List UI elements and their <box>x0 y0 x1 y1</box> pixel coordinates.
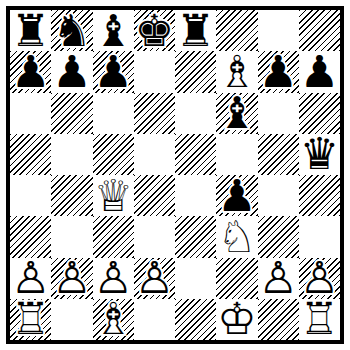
square-g5[interactable] <box>258 134 299 175</box>
black-pawn-icon: ♟ <box>216 175 257 216</box>
square-e1[interactable] <box>175 299 216 340</box>
white-bishop-halo: ♝ <box>216 51 257 92</box>
square-c2[interactable]: ♟♙ <box>93 258 134 299</box>
black-queen-icon: ♛ <box>299 134 340 175</box>
black-rook-icon: ♜ <box>10 10 51 51</box>
square-b4[interactable] <box>51 175 92 216</box>
white-rook-halo: ♜ <box>299 299 340 340</box>
square-c4[interactable]: ♛♕ <box>93 175 134 216</box>
white-knight-halo: ♞ <box>216 216 257 257</box>
white-pawn-icon: ♙ <box>10 258 51 299</box>
square-b3[interactable] <box>51 216 92 257</box>
square-g7[interactable]: ♟♟ <box>258 51 299 92</box>
white-pawn-icon: ♙ <box>51 258 92 299</box>
black-rook-icon: ♜ <box>175 10 216 51</box>
square-h6[interactable] <box>299 93 340 134</box>
square-b2[interactable]: ♟♙ <box>51 258 92 299</box>
square-a2[interactable]: ♟♙ <box>10 258 51 299</box>
white-queen-icon: ♕ <box>93 175 134 216</box>
chess-diagram: ♜♜♞♞♝♝♚♚♜♜♟♟♟♟♟♟♝♗♟♟♟♟♝♝♛♛♛♕♟♟♞♘♟♙♟♙♟♙♟♙… <box>0 0 350 350</box>
white-pawn-halo: ♟ <box>258 258 299 299</box>
white-pawn-icon: ♙ <box>93 258 134 299</box>
square-g4[interactable] <box>258 175 299 216</box>
black-pawn-icon: ♟ <box>258 51 299 92</box>
square-g8[interactable] <box>258 10 299 51</box>
black-knight-halo: ♞ <box>51 10 92 51</box>
white-pawn-halo: ♟ <box>10 258 51 299</box>
square-f4[interactable]: ♟♟ <box>216 175 257 216</box>
white-rook-icon: ♖ <box>10 299 51 340</box>
white-pawn-icon: ♙ <box>258 258 299 299</box>
black-king-halo: ♚ <box>134 10 175 51</box>
square-h3[interactable] <box>299 216 340 257</box>
square-g1[interactable] <box>258 299 299 340</box>
square-c8[interactable]: ♝♝ <box>93 10 134 51</box>
black-knight-icon: ♞ <box>51 10 92 51</box>
white-king-halo: ♚ <box>216 299 257 340</box>
square-b5[interactable] <box>51 134 92 175</box>
square-f5[interactable] <box>216 134 257 175</box>
white-king-icon: ♔ <box>216 299 257 340</box>
square-a4[interactable] <box>10 175 51 216</box>
square-c6[interactable] <box>93 93 134 134</box>
square-c7[interactable]: ♟♟ <box>93 51 134 92</box>
square-f2[interactable] <box>216 258 257 299</box>
black-pawn-halo: ♟ <box>216 175 257 216</box>
square-e7[interactable] <box>175 51 216 92</box>
square-b8[interactable]: ♞♞ <box>51 10 92 51</box>
black-pawn-halo: ♟ <box>51 51 92 92</box>
square-a1[interactable]: ♜♖ <box>10 299 51 340</box>
square-f3[interactable]: ♞♘ <box>216 216 257 257</box>
square-a7[interactable]: ♟♟ <box>10 51 51 92</box>
square-e6[interactable] <box>175 93 216 134</box>
white-rook-icon: ♖ <box>299 299 340 340</box>
black-rook-halo: ♜ <box>10 10 51 51</box>
square-f6[interactable]: ♝♝ <box>216 93 257 134</box>
white-pawn-halo: ♟ <box>134 258 175 299</box>
black-pawn-icon: ♟ <box>299 51 340 92</box>
square-f8[interactable] <box>216 10 257 51</box>
square-a8[interactable]: ♜♜ <box>10 10 51 51</box>
square-e4[interactable] <box>175 175 216 216</box>
square-e8[interactable]: ♜♜ <box>175 10 216 51</box>
square-c3[interactable] <box>93 216 134 257</box>
black-pawn-halo: ♟ <box>93 51 134 92</box>
square-d7[interactable] <box>134 51 175 92</box>
square-e2[interactable] <box>175 258 216 299</box>
square-b6[interactable] <box>51 93 92 134</box>
square-h7[interactable]: ♟♟ <box>299 51 340 92</box>
square-f7[interactable]: ♝♗ <box>216 51 257 92</box>
square-a5[interactable] <box>10 134 51 175</box>
white-pawn-icon: ♙ <box>299 258 340 299</box>
white-rook-halo: ♜ <box>10 299 51 340</box>
black-bishop-halo: ♝ <box>216 93 257 134</box>
white-pawn-halo: ♟ <box>93 258 134 299</box>
white-knight-icon: ♘ <box>216 216 257 257</box>
black-bishop-icon: ♝ <box>93 10 134 51</box>
white-pawn-halo: ♟ <box>299 258 340 299</box>
square-f1[interactable]: ♚♔ <box>216 299 257 340</box>
white-pawn-icon: ♙ <box>134 258 175 299</box>
square-d5[interactable] <box>134 134 175 175</box>
square-d2[interactable]: ♟♙ <box>134 258 175 299</box>
square-d3[interactable] <box>134 216 175 257</box>
black-pawn-icon: ♟ <box>51 51 92 92</box>
black-pawn-icon: ♟ <box>93 51 134 92</box>
square-h2[interactable]: ♟♙ <box>299 258 340 299</box>
square-d8[interactable]: ♚♚ <box>134 10 175 51</box>
black-pawn-halo: ♟ <box>258 51 299 92</box>
black-pawn-halo: ♟ <box>299 51 340 92</box>
square-g3[interactable] <box>258 216 299 257</box>
square-h8[interactable] <box>299 10 340 51</box>
black-pawn-halo: ♟ <box>10 51 51 92</box>
black-bishop-icon: ♝ <box>216 93 257 134</box>
square-e3[interactable] <box>175 216 216 257</box>
square-e5[interactable] <box>175 134 216 175</box>
black-king-icon: ♚ <box>134 10 175 51</box>
chess-board: ♜♜♞♞♝♝♚♚♜♜♟♟♟♟♟♟♝♗♟♟♟♟♝♝♛♛♛♕♟♟♞♘♟♙♟♙♟♙♟♙… <box>10 10 340 340</box>
square-g6[interactable] <box>258 93 299 134</box>
black-queen-halo: ♛ <box>299 134 340 175</box>
square-h4[interactable] <box>299 175 340 216</box>
square-b1[interactable] <box>51 299 92 340</box>
square-g2[interactable]: ♟♙ <box>258 258 299 299</box>
square-a6[interactable] <box>10 93 51 134</box>
black-bishop-halo: ♝ <box>93 10 134 51</box>
square-h5[interactable]: ♛♛ <box>299 134 340 175</box>
square-d4[interactable] <box>134 175 175 216</box>
white-bishop-icon: ♗ <box>93 299 134 340</box>
white-bishop-icon: ♗ <box>216 51 257 92</box>
black-pawn-icon: ♟ <box>10 51 51 92</box>
square-h1[interactable]: ♜♖ <box>299 299 340 340</box>
square-c5[interactable] <box>93 134 134 175</box>
board-frame: ♜♜♞♞♝♝♚♚♜♜♟♟♟♟♟♟♝♗♟♟♟♟♝♝♛♛♛♕♟♟♞♘♟♙♟♙♟♙♟♙… <box>6 6 344 344</box>
square-d6[interactable] <box>134 93 175 134</box>
white-pawn-halo: ♟ <box>51 258 92 299</box>
white-queen-halo: ♛ <box>93 175 134 216</box>
white-bishop-halo: ♝ <box>93 299 134 340</box>
square-b7[interactable]: ♟♟ <box>51 51 92 92</box>
square-d1[interactable] <box>134 299 175 340</box>
square-c1[interactable]: ♝♗ <box>93 299 134 340</box>
black-rook-halo: ♜ <box>175 10 216 51</box>
square-a3[interactable] <box>10 216 51 257</box>
